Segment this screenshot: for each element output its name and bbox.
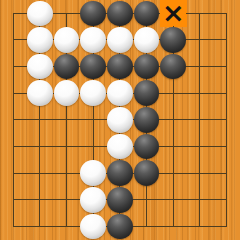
grid-line-horizontal [159,93,187,94]
board-point-c4-r1[interactable] [80,0,107,27]
board-point-c9-r2[interactable] [213,27,240,54]
board-point-c8-r5[interactable] [187,107,214,134]
grid-line-vertical [199,13,200,27]
board-point-c8-r8[interactable] [187,187,214,214]
white-stone [107,80,133,106]
white-stone [54,80,80,106]
black-stone [107,187,133,213]
grid-line-horizontal [159,226,187,227]
board-point-c7-r8[interactable] [160,187,187,214]
white-stone [107,107,133,133]
grid-line-horizontal [186,146,214,147]
grid-line-horizontal [213,93,227,94]
board-point-c8-r2[interactable] [187,27,214,54]
board-point-c3-r5[interactable] [53,107,80,134]
grid-line-horizontal [213,199,227,200]
grid-line-horizontal [13,39,27,40]
board-point-c5-r9[interactable] [107,213,134,240]
board-point-c3-r8[interactable] [53,187,80,214]
board-point-c7-r4[interactable] [160,80,187,107]
board-point-c2-r8[interactable] [27,187,54,214]
grid-line-horizontal [79,119,107,120]
white-stone [80,80,106,106]
grid-line-horizontal [53,226,81,227]
board-point-c4-r3[interactable] [80,53,107,80]
board-point-c5-r2[interactable] [107,27,134,54]
black-stone [107,1,133,27]
white-stone [27,27,53,53]
board-point-c4-r2[interactable] [80,27,107,54]
board-point-c5-r4[interactable] [107,80,134,107]
grid-line-horizontal [133,226,161,227]
grid-line-horizontal [53,13,81,14]
grid-line-vertical [226,13,227,27]
board-point-c5-r8[interactable] [107,187,134,214]
board-point-c7-r5[interactable] [160,107,187,134]
grid-line-horizontal [213,173,227,174]
board-point-c2-r7[interactable] [27,160,54,187]
grid-line-vertical [199,213,200,227]
board-point-c3-r6[interactable] [53,133,80,160]
grid-line-horizontal [26,199,54,200]
board-point-c1-r7[interactable] [0,160,27,187]
board-point-c4-r5[interactable] [80,107,107,134]
grid-line-vertical [13,213,14,227]
grid-line-horizontal [186,66,214,67]
board-point-c6-r3[interactable] [133,53,160,80]
board-point-c1-r2[interactable] [0,27,27,54]
black-stone [134,80,160,106]
grid-line-horizontal [213,226,227,227]
board-point-c6-r4[interactable] [133,80,160,107]
board-point-c2-r4[interactable] [27,80,54,107]
go-board: × [0,0,240,240]
board-point-c7-r2[interactable] [160,27,187,54]
grid-line-horizontal [213,119,227,120]
grid-line-horizontal [13,146,27,147]
grid-line-horizontal [53,199,81,200]
board-point-c3-r9[interactable] [53,213,80,240]
black-stone [107,160,133,186]
board-point-c6-r1[interactable] [133,0,160,27]
board-point-c2-r5[interactable] [27,107,54,134]
board-point-c1-r1[interactable] [0,0,27,27]
board-point-c1-r9[interactable] [0,213,27,240]
board-point-c4-r9[interactable] [80,213,107,240]
black-stone [54,54,80,80]
grid-line-horizontal [159,119,187,120]
white-stone [107,27,133,53]
grid-line-vertical [66,213,67,227]
black-stone [80,54,106,80]
grid-line-horizontal [53,146,81,147]
grid-line-horizontal [26,173,54,174]
board-point-c8-r7[interactable] [187,160,214,187]
grid-line-horizontal [186,13,214,14]
board-point-c1-r6[interactable] [0,133,27,160]
grid-line-vertical [226,213,227,227]
board-point-c6-r7[interactable] [133,160,160,187]
grid-line-vertical [146,213,147,227]
grid-line-horizontal [13,199,27,200]
black-stone [80,1,106,27]
grid-line-horizontal [186,226,214,227]
grid-line-horizontal [26,226,54,227]
board-point-c7-r7[interactable] [160,160,187,187]
board-point-c5-r3[interactable] [107,53,134,80]
board-point-c5-r7[interactable] [107,160,134,187]
board-point-c9-r7[interactable] [213,160,240,187]
white-stone [107,134,133,160]
board-point-c7-r1[interactable]: × [160,0,187,27]
board-point-c9-r6[interactable] [213,133,240,160]
white-stone [134,27,160,53]
board-point-c6-r2[interactable] [133,27,160,54]
board-point-c1-r3[interactable] [0,53,27,80]
board-point-c9-r8[interactable] [213,187,240,214]
white-stone [80,27,106,53]
black-stone [134,107,160,133]
grid-line-horizontal [13,173,27,174]
board-point-c5-r1[interactable] [107,0,134,27]
board-point-c8-r1[interactable] [187,0,214,27]
white-stone [27,1,53,27]
board-point-c1-r4[interactable] [0,80,27,107]
grid-line-horizontal [213,39,227,40]
board-point-c7-r3[interactable] [160,53,187,80]
white-stone [80,214,106,240]
grid-line-horizontal [186,199,214,200]
white-stone [54,27,80,53]
board-point-c4-r4[interactable] [80,80,107,107]
board-point-c7-r9[interactable] [160,213,187,240]
grid-line-horizontal [159,173,187,174]
white-stone [27,54,53,80]
board-point-c6-r6[interactable] [133,133,160,160]
grid-line-horizontal [13,119,27,120]
black-stone [134,1,160,27]
board-point-c9-r5[interactable] [213,107,240,134]
board-point-c9-r9[interactable] [213,213,240,240]
board-point-c3-r1[interactable] [53,0,80,27]
board-point-c2-r3[interactable] [27,53,54,80]
board-point-c1-r5[interactable] [0,107,27,134]
board-point-c9-r1[interactable] [213,0,240,27]
board-point-c3-r2[interactable] [53,27,80,54]
grid-line-horizontal [133,199,161,200]
board-point-c7-r6[interactable] [160,133,187,160]
board-point-c1-r8[interactable] [0,187,27,214]
board-point-c9-r3[interactable] [213,53,240,80]
x-marker-icon: × [162,0,185,26]
board-point-c8-r3[interactable] [187,53,214,80]
board-point-c3-r3[interactable] [53,53,80,80]
grid-line-horizontal [186,93,214,94]
board-point-c2-r1[interactable] [27,0,54,27]
board-point-c6-r8[interactable] [133,187,160,214]
grid-line-horizontal [13,13,27,14]
board-point-c2-r2[interactable] [27,27,54,54]
board-point-c9-r4[interactable] [213,80,240,107]
grid-line-horizontal [213,146,227,147]
grid-line-vertical [13,13,14,27]
board-point-c5-r5[interactable] [107,107,134,134]
black-stone [107,54,133,80]
board-point-c4-r7[interactable] [80,160,107,187]
board-point-c3-r4[interactable] [53,80,80,107]
grid-line-horizontal [213,66,227,67]
grid-line-horizontal [186,39,214,40]
grid-line-vertical [173,213,174,227]
board-point-c8-r6[interactable] [187,133,214,160]
board-point-c5-r6[interactable] [107,133,134,160]
black-stone [134,160,160,186]
board-point-c6-r9[interactable] [133,213,160,240]
board-point-c2-r9[interactable] [27,213,54,240]
black-stone [107,214,133,240]
board-point-c2-r6[interactable] [27,133,54,160]
grid-line-vertical [39,213,40,227]
grid-line-horizontal [13,226,27,227]
grid-line-horizontal [159,199,187,200]
white-stone [80,160,106,186]
grid-line-horizontal [26,119,54,120]
black-stone [134,134,160,160]
board-point-c4-r8[interactable] [80,187,107,214]
board-point-c6-r5[interactable] [133,107,160,134]
board-point-c8-r4[interactable] [187,80,214,107]
grid-line-horizontal [13,93,27,94]
grid-line-horizontal [159,146,187,147]
grid-line-horizontal [79,146,107,147]
black-stone [160,27,186,53]
grid-line-horizontal [13,66,27,67]
board-point-c3-r7[interactable] [53,160,80,187]
board-point-c4-r6[interactable] [80,133,107,160]
grid-line-horizontal [53,119,81,120]
white-stone [80,187,106,213]
board-point-c8-r9[interactable] [187,213,214,240]
grid-line-vertical [66,13,67,27]
grid-line-horizontal [53,173,81,174]
grid-line-horizontal [186,173,214,174]
grid-line-horizontal [26,146,54,147]
white-stone [27,80,53,106]
grid-line-horizontal [186,119,214,120]
black-stone [160,54,186,80]
black-stone [134,54,160,80]
grid-line-horizontal [213,13,227,14]
